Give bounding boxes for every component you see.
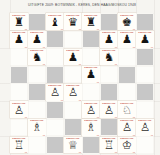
square-c7[interactable]: [46, 31, 64, 49]
dark-square-fill: [47, 67, 63, 83]
stamp-d4: NEDERLAND♙44: [64, 84, 81, 101]
square-c1[interactable]: [46, 136, 64, 154]
square-d8[interactable]: NEDERLAND♛44: [64, 13, 82, 31]
stamp-f7: NEDERLAND♟44: [100, 31, 117, 48]
square-a1[interactable]: NEDERLAND♖44: [10, 136, 28, 154]
square-h8[interactable]: [136, 13, 154, 31]
dark-square-fill: [137, 84, 153, 100]
square-c2[interactable]: [46, 119, 64, 137]
square-h4[interactable]: [136, 83, 154, 101]
stamp-a1: NEDERLAND♖44: [10, 137, 27, 154]
square-h6[interactable]: [136, 48, 154, 66]
stamp-c8: NEDERLAND♝44: [46, 13, 63, 30]
square-a5[interactable]: [10, 66, 28, 84]
square-h2[interactable]: NEDERLAND♙44: [136, 119, 154, 137]
dark-square-fill: [101, 14, 117, 30]
square-c5[interactable]: [46, 66, 64, 84]
square-b1[interactable]: [28, 136, 46, 154]
square-a4[interactable]: [10, 83, 28, 101]
square-d4[interactable]: NEDERLAND♙44: [64, 83, 82, 101]
dark-square-fill: [83, 31, 99, 47]
dark-square-fill: [11, 67, 27, 83]
square-g3[interactable]: NEDERLAND♘44: [118, 101, 136, 119]
square-b2[interactable]: NEDERLAND♗44: [28, 119, 46, 137]
square-e1[interactable]: [82, 136, 100, 154]
stamp-e5: NEDERLAND♟44: [82, 66, 99, 83]
stamp-a3: NEDERLAND♙44: [10, 101, 27, 118]
stamp-value-label: 44: [79, 151, 82, 154]
square-b8[interactable]: [28, 13, 46, 31]
square-e7[interactable]: [82, 31, 100, 49]
square-e6[interactable]: [82, 48, 100, 66]
square-g4[interactable]: [118, 83, 136, 101]
square-f1[interactable]: NEDERLAND♖44: [100, 136, 118, 154]
square-c4[interactable]: NEDERLAND♙44: [46, 83, 64, 101]
stamp-b7: NEDERLAND♟44: [28, 31, 45, 48]
square-a2[interactable]: [10, 119, 28, 137]
square-d2[interactable]: [64, 119, 82, 137]
square-c8[interactable]: NEDERLAND♝44: [46, 13, 64, 31]
square-b5[interactable]: [28, 66, 46, 84]
dark-square-fill: [83, 137, 99, 153]
square-g6[interactable]: [118, 48, 136, 66]
chess-board: NEDERLAND♜44NEDERLAND♝44NEDERLAND♛44NEDE…: [10, 13, 154, 154]
square-e2[interactable]: NEDERLAND♗44: [82, 119, 100, 137]
square-b7[interactable]: NEDERLAND♟44: [28, 31, 46, 49]
square-h5[interactable]: [136, 66, 154, 84]
square-h3[interactable]: [136, 101, 154, 119]
stamp-e8: NEDERLAND♜44: [82, 13, 99, 30]
square-h7[interactable]: NEDERLAND♟44: [136, 31, 154, 49]
dark-square-fill: [29, 84, 45, 100]
square-b3[interactable]: [28, 101, 46, 119]
sheet-title-text: UITGIFTE 2009: BOTWINNIK - KERES, DEN HA…: [28, 3, 136, 7]
square-g8[interactable]: NEDERLAND♚44: [118, 13, 136, 31]
stamp-g7: NEDERLAND♟44: [118, 31, 135, 48]
dark-square-fill: [137, 14, 153, 30]
dark-square-fill: [119, 67, 135, 83]
square-g2[interactable]: NEDERLAND♙44: [118, 119, 136, 137]
stamp-e2: NEDERLAND♗44: [82, 119, 99, 136]
square-g7[interactable]: NEDERLAND♟44: [118, 31, 136, 49]
stamp-value-label: 44: [25, 151, 28, 154]
dark-square-fill: [47, 31, 63, 47]
sheet-title: UITGIFTE 2009: BOTWINNIK - KERES, DEN HA…: [10, 3, 154, 9]
stamp-f3: NEDERLAND♙44: [100, 101, 117, 118]
square-d5[interactable]: [64, 66, 82, 84]
square-c6[interactable]: [46, 48, 64, 66]
square-h1[interactable]: [136, 136, 154, 154]
square-c3[interactable]: [46, 101, 64, 119]
stamp-h2: NEDERLAND♙44: [136, 119, 153, 136]
stamp-f6: NEDERLAND♞44: [100, 49, 117, 66]
square-f5[interactable]: [100, 66, 118, 84]
square-e4[interactable]: [82, 83, 100, 101]
stamp-value-label: 44: [115, 151, 118, 154]
stamp-h7: NEDERLAND♟44: [136, 31, 153, 48]
square-g1[interactable]: NEDERLAND♔44: [118, 136, 136, 154]
dark-square-fill: [29, 14, 45, 30]
stamp-d6: NEDERLAND♟44: [64, 49, 81, 66]
stamp-b6: NEDERLAND♞44: [28, 49, 45, 66]
stamp-g2: NEDERLAND♙44: [118, 119, 135, 136]
dark-square-fill: [137, 49, 153, 65]
stamp-a7: NEDERLAND♟44: [10, 31, 27, 48]
square-e8[interactable]: NEDERLAND♜44: [82, 13, 100, 31]
square-d6[interactable]: NEDERLAND♟44: [64, 48, 82, 66]
stamp-g1: NEDERLAND♔44: [118, 137, 135, 154]
square-a8[interactable]: NEDERLAND♜44: [10, 13, 28, 31]
stamp-c4: NEDERLAND♙44: [46, 84, 63, 101]
stamp-b2: NEDERLAND♗44: [28, 119, 45, 136]
square-b4[interactable]: [28, 83, 46, 101]
dark-square-fill: [101, 119, 117, 135]
square-d7[interactable]: [64, 31, 82, 49]
stamp-d8: NEDERLAND♛44: [64, 13, 81, 30]
dark-square-fill: [101, 84, 117, 100]
stamp-f1: NEDERLAND♖44: [100, 137, 117, 154]
square-f7[interactable]: NEDERLAND♟44: [100, 31, 118, 49]
square-a3[interactable]: NEDERLAND♙44: [10, 101, 28, 119]
square-f3[interactable]: NEDERLAND♙44: [100, 101, 118, 119]
square-a7[interactable]: NEDERLAND♟44: [10, 31, 28, 49]
square-f4[interactable]: [100, 83, 118, 101]
square-d3[interactable]: [64, 101, 82, 119]
dark-square-fill: [47, 102, 63, 118]
dark-square-fill: [65, 119, 81, 135]
square-f8[interactable]: [100, 13, 118, 31]
dark-square-fill: [47, 137, 63, 153]
stamp-g3: NEDERLAND♘44: [118, 101, 135, 118]
square-g5[interactable]: [118, 66, 136, 84]
square-e3[interactable]: NEDERLAND♙44: [82, 101, 100, 119]
square-f6[interactable]: NEDERLAND♞44: [100, 48, 118, 66]
stamp-sheet: UITGIFTE 2009: BOTWINNIK - KERES, DEN HA…: [0, 0, 160, 155]
square-e5[interactable]: NEDERLAND♟44: [82, 66, 100, 84]
square-a6[interactable]: [10, 48, 28, 66]
stamp-d1: NEDERLAND♕44: [64, 137, 81, 154]
stamp-a8: NEDERLAND♜44: [10, 13, 27, 30]
square-d1[interactable]: NEDERLAND♕44: [64, 136, 82, 154]
stamp-value-label: 44: [133, 151, 136, 154]
square-b6[interactable]: NEDERLAND♞44: [28, 48, 46, 66]
stamp-e3: NEDERLAND♙44: [82, 101, 99, 118]
stamp-g8: NEDERLAND♚44: [118, 13, 135, 30]
square-f2[interactable]: [100, 119, 118, 137]
